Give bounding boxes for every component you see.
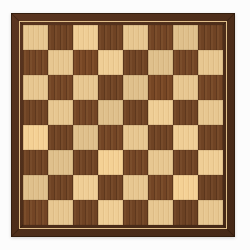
square-f4	[148, 125, 173, 150]
square-e2	[123, 175, 148, 200]
square-h7	[198, 50, 223, 75]
square-g4	[173, 125, 198, 150]
square-e6	[123, 75, 148, 100]
square-f5	[148, 100, 173, 125]
square-e1	[123, 200, 148, 225]
square-h6	[198, 75, 223, 100]
square-c7	[73, 50, 98, 75]
board-photo	[0, 0, 250, 250]
square-e4	[123, 125, 148, 150]
square-f7	[148, 50, 173, 75]
square-d6	[98, 75, 123, 100]
square-c3	[73, 150, 98, 175]
square-a2	[23, 175, 48, 200]
square-c1	[73, 200, 98, 225]
square-b6	[48, 75, 73, 100]
square-c6	[73, 75, 98, 100]
square-f6	[148, 75, 173, 100]
chessboard	[11, 13, 235, 237]
square-e7	[123, 50, 148, 75]
square-f2	[148, 175, 173, 200]
board-squares	[23, 25, 223, 225]
square-b4	[48, 125, 73, 150]
square-c4	[73, 125, 98, 150]
square-h2	[198, 175, 223, 200]
square-g7	[173, 50, 198, 75]
square-c8	[73, 25, 98, 50]
square-c5	[73, 100, 98, 125]
square-d1	[98, 200, 123, 225]
square-e8	[123, 25, 148, 50]
square-g1	[173, 200, 198, 225]
square-h3	[198, 150, 223, 175]
square-d5	[98, 100, 123, 125]
frame-miter-bottom-right	[222, 224, 235, 237]
square-a3	[23, 150, 48, 175]
square-h4	[198, 125, 223, 150]
square-b2	[48, 175, 73, 200]
square-a8	[23, 25, 48, 50]
square-a5	[23, 100, 48, 125]
frame-miter-top-left	[11, 13, 24, 26]
square-a4	[23, 125, 48, 150]
square-h5	[198, 100, 223, 125]
square-f3	[148, 150, 173, 175]
square-b1	[48, 200, 73, 225]
square-b3	[48, 150, 73, 175]
square-g6	[173, 75, 198, 100]
square-f8	[148, 25, 173, 50]
square-d4	[98, 125, 123, 150]
square-g3	[173, 150, 198, 175]
square-g2	[173, 175, 198, 200]
square-e5	[123, 100, 148, 125]
square-e3	[123, 150, 148, 175]
square-d3	[98, 150, 123, 175]
frame-miter-bottom-left	[11, 224, 24, 237]
square-g8	[173, 25, 198, 50]
square-a7	[23, 50, 48, 75]
square-d8	[98, 25, 123, 50]
square-a1	[23, 200, 48, 225]
square-h8	[198, 25, 223, 50]
square-b5	[48, 100, 73, 125]
square-f1	[148, 200, 173, 225]
square-c2	[73, 175, 98, 200]
square-h1	[198, 200, 223, 225]
square-d2	[98, 175, 123, 200]
frame-miter-top-right	[222, 13, 235, 26]
square-d7	[98, 50, 123, 75]
square-a6	[23, 75, 48, 100]
square-b7	[48, 50, 73, 75]
square-b8	[48, 25, 73, 50]
square-g5	[173, 100, 198, 125]
